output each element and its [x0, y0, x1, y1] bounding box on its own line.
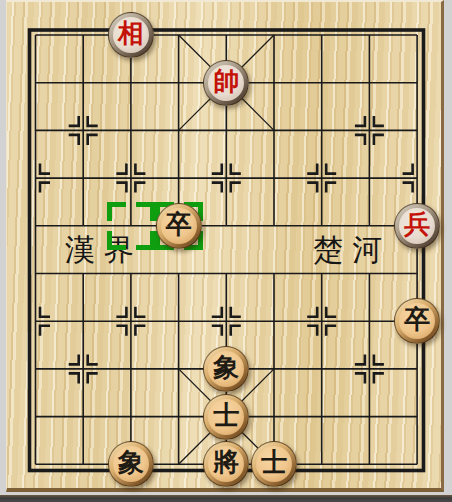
piece-black-advisor[interactable]: 士 — [251, 441, 297, 487]
piece-glyph: 卒 — [404, 307, 430, 333]
last-move-from-marker — [107, 202, 155, 250]
piece-glyph: 士 — [213, 403, 239, 429]
piece-red-elephant[interactable]: 相 — [108, 12, 154, 58]
piece-face: 相 — [113, 17, 149, 53]
piece-face: 象 — [113, 446, 149, 482]
piece-glyph: 士 — [261, 450, 287, 476]
piece-face: 士 — [208, 399, 244, 435]
piece-glyph: 帥 — [213, 69, 239, 95]
piece-red-soldier[interactable]: 兵 — [394, 203, 440, 249]
piece-black-soldier[interactable]: 卒 — [394, 298, 440, 344]
piece-face: 兵 — [399, 208, 435, 244]
piece-glyph: 象 — [118, 450, 144, 476]
piece-black-elephant[interactable]: 象 — [108, 441, 154, 487]
piece-black-advisor[interactable]: 士 — [203, 394, 249, 440]
piece-black-elephant[interactable]: 象 — [203, 346, 249, 392]
piece-glyph: 卒 — [166, 212, 192, 238]
piece-glyph: 相 — [118, 21, 144, 47]
piece-glyph: 兵 — [404, 212, 430, 238]
river-label-chu-he: 楚河 — [313, 233, 391, 267]
xiangqi-board: 漢界 楚河 相帥卒兵卒象士象將士 — [0, 0, 452, 502]
piece-face: 卒 — [161, 208, 197, 244]
marker-corner — [136, 202, 155, 221]
marker-corner — [136, 231, 155, 250]
piece-black-soldier[interactable]: 卒 — [156, 203, 202, 249]
piece-face: 象 — [208, 351, 244, 387]
piece-face: 帥 — [208, 65, 244, 101]
piece-face: 士 — [256, 446, 292, 482]
piece-glyph: 將 — [213, 450, 239, 476]
marker-corner — [107, 231, 126, 250]
piece-face: 卒 — [399, 303, 435, 339]
piece-face: 將 — [208, 446, 244, 482]
piece-red-general[interactable]: 帥 — [203, 60, 249, 106]
piece-glyph: 象 — [213, 355, 239, 381]
marker-corner — [107, 202, 126, 221]
